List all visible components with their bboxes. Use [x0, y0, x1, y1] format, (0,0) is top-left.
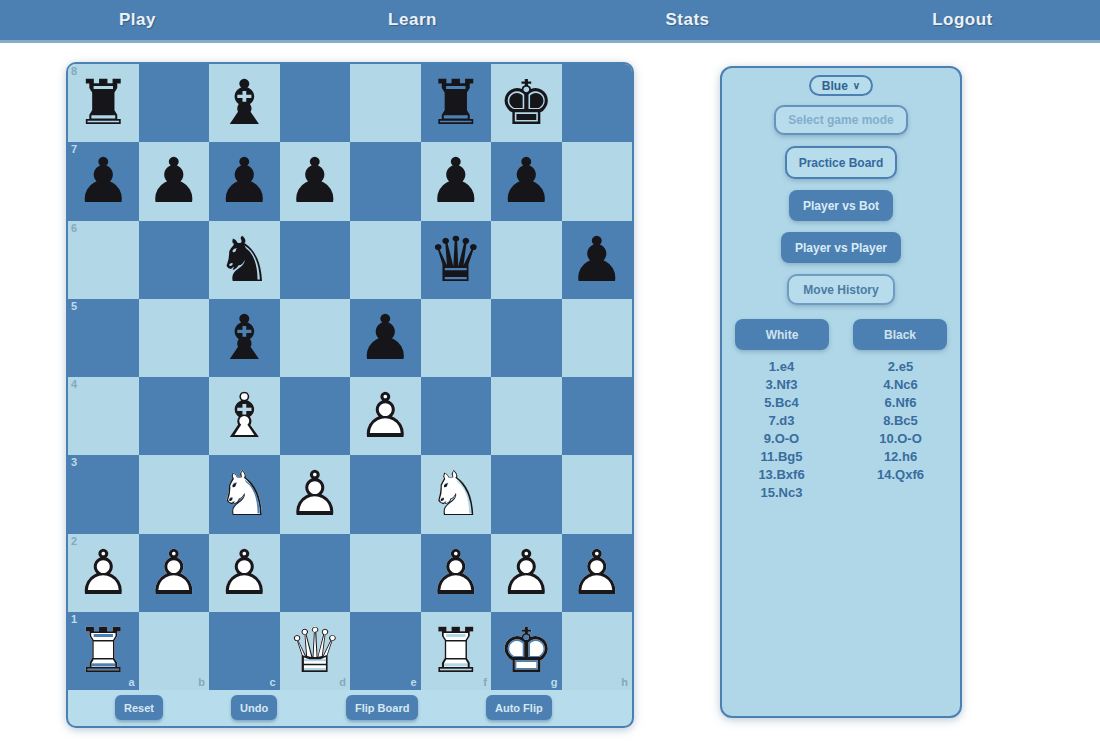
nav-item-logout[interactable]: Logout	[932, 10, 993, 30]
piece-white-knight[interactable]: ♞♘	[209, 455, 280, 533]
square-c6[interactable]: ♞	[209, 221, 280, 299]
piece-black-pawn[interactable]: ♟	[421, 142, 492, 220]
piece-black-king[interactable]: ♚	[491, 64, 562, 142]
square-f7[interactable]: ♟	[421, 142, 492, 220]
board-controls: Reset Undo Flip Board Auto Flip	[68, 690, 632, 726]
square-g8[interactable]: ♚	[491, 64, 562, 142]
square-h2[interactable]: ♟♙	[562, 534, 633, 612]
square-a6[interactable]: 6	[68, 221, 139, 299]
piece-black-queen[interactable]: ♛	[421, 221, 492, 299]
square-b5[interactable]	[139, 299, 210, 377]
piece-black-pawn[interactable]: ♟	[139, 142, 210, 220]
piece-white-knight[interactable]: ♞♘	[421, 455, 492, 533]
square-a2[interactable]: 2♟♙	[68, 534, 139, 612]
piece-outline: ♖	[428, 614, 484, 687]
move-entry: 10.O-O	[841, 430, 960, 448]
move-history-button[interactable]: Move History	[787, 274, 894, 305]
square-e1[interactable]: e	[350, 612, 421, 690]
square-b7[interactable]: ♟	[139, 142, 210, 220]
piece-outline: ♙	[75, 536, 131, 609]
piece-outline: ♙	[357, 379, 413, 452]
square-e8[interactable]	[350, 64, 421, 142]
move-entry: 15.Nc3	[722, 484, 841, 502]
piece-black-knight[interactable]: ♞	[209, 221, 280, 299]
piece-outline: ♙	[428, 536, 484, 609]
square-b8[interactable]	[139, 64, 210, 142]
move-history-headers: White Black	[735, 319, 947, 350]
move-entry: 2.e5	[841, 358, 960, 376]
piece-white-pawn[interactable]: ♟♙	[280, 455, 351, 533]
file-label: b	[198, 677, 205, 688]
square-e3[interactable]	[350, 455, 421, 533]
square-b1[interactable]: b	[139, 612, 210, 690]
file-label: e	[410, 677, 416, 688]
piece-black-rook[interactable]: ♜	[68, 64, 139, 142]
board-color-select[interactable]: Blue ∨	[809, 75, 873, 96]
piece-white-rook[interactable]: ♜♖	[421, 612, 492, 690]
square-d7[interactable]: ♟	[280, 142, 351, 220]
player-vs-bot-button[interactable]: Player vs Bot	[789, 190, 893, 221]
square-e7[interactable]	[350, 142, 421, 220]
square-d8[interactable]	[280, 64, 351, 142]
rank-label: 4	[71, 379, 77, 390]
white-moves-header[interactable]: White	[735, 319, 829, 350]
piece-outline: ♕	[287, 614, 343, 687]
white-moves-column: 1.e4 3.Nf3 5.Bc4 7.d3 9.O-O 11.Bg5 13.Bx…	[722, 358, 841, 502]
piece-outline: ♙	[216, 536, 272, 609]
black-moves-column: 2.e5 4.Nc6 6.Nf6 8.Bc5 10.O-O 12.h6 14.Q…	[841, 358, 960, 502]
move-entry: 9.O-O	[722, 430, 841, 448]
piece-black-pawn[interactable]: ♟	[68, 142, 139, 220]
piece-black-pawn[interactable]: ♟	[280, 142, 351, 220]
side-panel: Blue ∨ Select game mode Practice Board P…	[720, 66, 962, 718]
rank-label: 6	[71, 223, 77, 234]
square-d6[interactable]	[280, 221, 351, 299]
chess-board-container: 8♜♝♜♚7♟♟♟♟♟♟6♞♛♟5♝♟4♝♗♟♙3♞♘♟♙♞♘2♟♙♟♙♟♙♟♙…	[66, 62, 634, 728]
chevron-down-icon: ∨	[853, 80, 860, 91]
square-h4[interactable]	[562, 377, 633, 455]
piece-white-pawn[interactable]: ♟♙	[562, 534, 633, 612]
square-f5[interactable]	[421, 299, 492, 377]
square-g2[interactable]: ♟♙	[491, 534, 562, 612]
move-entry: 6.Nf6	[841, 394, 960, 412]
move-entry: 7.d3	[722, 412, 841, 430]
piece-white-king[interactable]: ♚♔	[491, 612, 562, 690]
move-entry: 4.Nc6	[841, 376, 960, 394]
move-entry: 3.Nf3	[722, 376, 841, 394]
square-g4[interactable]	[491, 377, 562, 455]
piece-outline: ♘	[216, 457, 272, 530]
square-f1[interactable]: f♜♖	[421, 612, 492, 690]
square-h7[interactable]	[562, 142, 633, 220]
piece-white-pawn[interactable]: ♟♙	[68, 534, 139, 612]
piece-black-bishop[interactable]: ♝	[209, 299, 280, 377]
chess-board: 8♜♝♜♚7♟♟♟♟♟♟6♞♛♟5♝♟4♝♗♟♙3♞♘♟♙♞♘2♟♙♟♙♟♙♟♙…	[68, 64, 632, 690]
square-d5[interactable]	[280, 299, 351, 377]
piece-black-pawn[interactable]: ♟	[350, 299, 421, 377]
square-c3[interactable]: ♞♘	[209, 455, 280, 533]
square-h1[interactable]: h	[562, 612, 633, 690]
square-h3[interactable]	[562, 455, 633, 533]
player-vs-player-button[interactable]: Player vs Player	[781, 232, 901, 263]
move-entry: 13.Bxf6	[722, 466, 841, 484]
move-entry: 14.Qxf6	[841, 466, 960, 484]
square-c4[interactable]: ♝♗	[209, 377, 280, 455]
square-e5[interactable]: ♟	[350, 299, 421, 377]
nav-item-stats[interactable]: Stats	[665, 10, 709, 30]
piece-white-pawn[interactable]: ♟♙	[491, 534, 562, 612]
select-game-mode-button[interactable]: Select game mode	[774, 105, 907, 135]
square-h8[interactable]	[562, 64, 633, 142]
nav-item-learn[interactable]: Learn	[388, 10, 437, 30]
piece-white-queen[interactable]: ♛♕	[280, 612, 351, 690]
square-f2[interactable]: ♟♙	[421, 534, 492, 612]
square-c5[interactable]: ♝	[209, 299, 280, 377]
piece-white-pawn[interactable]: ♟♙	[139, 534, 210, 612]
piece-white-bishop[interactable]: ♝♗	[209, 377, 280, 455]
piece-outline: ♙	[287, 457, 343, 530]
square-a8[interactable]: 8♜	[68, 64, 139, 142]
square-f4[interactable]	[421, 377, 492, 455]
piece-outline: ♔	[498, 614, 554, 687]
square-c8[interactable]: ♝	[209, 64, 280, 142]
board-color-value: Blue	[822, 79, 848, 93]
practice-board-button[interactable]: Practice Board	[785, 146, 898, 179]
piece-outline: ♙	[498, 536, 554, 609]
move-entry: 8.Bc5	[841, 412, 960, 430]
piece-white-pawn[interactable]: ♟♙	[350, 377, 421, 455]
square-a1[interactable]: 1a♜♖	[68, 612, 139, 690]
black-moves-header[interactable]: Black	[853, 319, 947, 350]
square-a3[interactable]: 3	[68, 455, 139, 533]
square-f6[interactable]: ♛	[421, 221, 492, 299]
file-label: c	[269, 677, 275, 688]
square-c2[interactable]: ♟♙	[209, 534, 280, 612]
piece-white-pawn[interactable]: ♟♙	[209, 534, 280, 612]
square-g7[interactable]: ♟	[491, 142, 562, 220]
square-d2[interactable]	[280, 534, 351, 612]
piece-white-pawn[interactable]: ♟♙	[421, 534, 492, 612]
file-label: h	[621, 677, 628, 688]
square-b6[interactable]	[139, 221, 210, 299]
square-g5[interactable]	[491, 299, 562, 377]
square-e2[interactable]	[350, 534, 421, 612]
piece-black-pawn[interactable]: ♟	[209, 142, 280, 220]
square-h5[interactable]	[562, 299, 633, 377]
square-d4[interactable]	[280, 377, 351, 455]
nav-item-play[interactable]: Play	[119, 10, 156, 30]
piece-outline: ♗	[216, 379, 272, 452]
piece-outline: ♘	[428, 457, 484, 530]
square-c1[interactable]: c	[209, 612, 280, 690]
rank-label: 5	[71, 301, 77, 312]
flip-board-button[interactable]: Flip Board	[346, 695, 418, 720]
move-entry: 5.Bc4	[722, 394, 841, 412]
square-a5[interactable]: 5	[68, 299, 139, 377]
square-f3[interactable]: ♞♘	[421, 455, 492, 533]
piece-outline: ♙	[569, 536, 625, 609]
piece-black-bishop[interactable]: ♝	[209, 64, 280, 142]
piece-black-pawn[interactable]: ♟	[562, 221, 633, 299]
square-b2[interactable]: ♟♙	[139, 534, 210, 612]
piece-outline: ♖	[75, 614, 131, 687]
move-entry: 1.e4	[722, 358, 841, 376]
piece-black-rook[interactable]: ♜	[421, 64, 492, 142]
square-h6[interactable]: ♟	[562, 221, 633, 299]
top-nav: Play Learn Stats Logout	[0, 0, 1100, 43]
square-e4[interactable]: ♟♙	[350, 377, 421, 455]
square-a4[interactable]: 4	[68, 377, 139, 455]
piece-white-rook[interactable]: ♜♖	[68, 612, 139, 690]
square-d3[interactable]: ♟♙	[280, 455, 351, 533]
move-entry: 11.Bg5	[722, 448, 841, 466]
square-e6[interactable]	[350, 221, 421, 299]
square-b4[interactable]	[139, 377, 210, 455]
square-b3[interactable]	[139, 455, 210, 533]
move-history-list: 1.e4 3.Nf3 5.Bc4 7.d3 9.O-O 11.Bg5 13.Bx…	[722, 358, 960, 502]
piece-black-pawn[interactable]: ♟	[491, 142, 562, 220]
square-f8[interactable]: ♜	[421, 64, 492, 142]
auto-flip-button[interactable]: Auto Flip	[486, 695, 552, 720]
move-entry: 12.h6	[841, 448, 960, 466]
square-g3[interactable]	[491, 455, 562, 533]
square-c7[interactable]: ♟	[209, 142, 280, 220]
square-a7[interactable]: 7♟	[68, 142, 139, 220]
undo-button[interactable]: Undo	[231, 695, 277, 720]
rank-label: 3	[71, 457, 77, 468]
square-g6[interactable]	[491, 221, 562, 299]
piece-outline: ♙	[146, 536, 202, 609]
reset-button[interactable]: Reset	[115, 695, 163, 720]
square-g1[interactable]: g♚♔	[491, 612, 562, 690]
square-d1[interactable]: d♛♕	[280, 612, 351, 690]
